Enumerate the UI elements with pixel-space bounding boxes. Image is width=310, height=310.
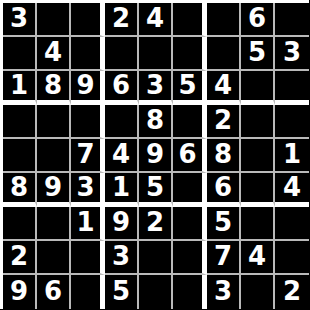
cell-r5c9[interactable]: 1 [275, 139, 309, 173]
cell-r2c5[interactable] [139, 37, 173, 71]
cell-digit: 7 [76, 141, 94, 167]
cell-digit: 4 [214, 72, 232, 98]
cell-digit: 9 [146, 141, 164, 167]
cell-r1c1[interactable]: 3 [3, 3, 37, 37]
cell-r8c1[interactable]: 2 [3, 241, 37, 275]
cell-digit: 6 [248, 5, 266, 31]
cell-r2c2[interactable]: 4 [37, 37, 71, 71]
cell-r9c4[interactable]: 5 [105, 275, 139, 309]
cell-digit: 5 [248, 39, 266, 65]
cell-r2c6[interactable] [173, 37, 207, 71]
cell-r4c2[interactable] [37, 105, 71, 139]
cell-digit: 8 [214, 141, 232, 167]
cell-digit: 9 [44, 174, 62, 200]
cell-r5c4[interactable]: 4 [105, 139, 139, 173]
cell-digit: 2 [146, 209, 164, 235]
cell-r7c4[interactable]: 9 [105, 207, 139, 241]
cell-r8c4[interactable]: 3 [105, 241, 139, 275]
cell-r2c4[interactable] [105, 37, 139, 71]
cell-digit: 6 [178, 141, 196, 167]
cell-r5c6[interactable]: 6 [173, 139, 207, 173]
cell-r9c6[interactable] [173, 275, 207, 309]
cell-digit: 1 [76, 209, 94, 235]
cell-r7c8[interactable] [241, 207, 275, 241]
cell-r7c7[interactable]: 5 [207, 207, 241, 241]
cell-r1c2[interactable] [37, 3, 71, 37]
cell-r3c4[interactable]: 6 [105, 71, 139, 105]
cell-r4c5[interactable]: 8 [139, 105, 173, 139]
cell-digit: 2 [112, 5, 130, 31]
cell-digit: 1 [283, 141, 301, 167]
cell-r5c2[interactable] [37, 139, 71, 173]
cell-r8c6[interactable] [173, 241, 207, 275]
cell-digit: 9 [10, 278, 28, 304]
cell-digit: 5 [112, 278, 130, 304]
cell-digit: 8 [44, 72, 62, 98]
cell-digit: 5 [178, 72, 196, 98]
cell-r5c1[interactable] [3, 139, 37, 173]
cell-r5c8[interactable] [241, 139, 275, 173]
cell-digit: 4 [112, 141, 130, 167]
cell-r9c5[interactable] [139, 275, 173, 309]
cell-r1c4[interactable]: 2 [105, 3, 139, 37]
cell-r9c8[interactable] [241, 275, 275, 309]
cell-digit: 9 [76, 72, 94, 98]
cell-digit: 4 [146, 5, 164, 31]
cell-digit: 9 [112, 209, 130, 235]
cell-digit: 2 [10, 243, 28, 269]
cell-r3c2[interactable]: 8 [37, 71, 71, 105]
cell-digit: 6 [214, 174, 232, 200]
cell-digit: 4 [248, 243, 266, 269]
cell-r1c3[interactable] [71, 3, 105, 37]
cell-r8c5[interactable] [139, 241, 173, 275]
cell-r6c8[interactable] [241, 173, 275, 207]
cell-r9c7[interactable]: 3 [207, 275, 241, 309]
cell-r6c2[interactable]: 9 [37, 173, 71, 207]
cell-digit: 3 [146, 72, 164, 98]
cell-r8c2[interactable] [37, 241, 71, 275]
cell-r1c7[interactable] [207, 3, 241, 37]
cell-r3c6[interactable]: 5 [173, 71, 207, 105]
cell-r2c1[interactable] [3, 37, 37, 71]
cell-r9c3[interactable] [71, 275, 105, 309]
cell-r8c7[interactable]: 7 [207, 241, 241, 275]
cell-digit: 1 [112, 174, 130, 200]
cell-r3c8[interactable] [241, 71, 275, 105]
cell-digit: 8 [146, 107, 164, 133]
cell-r2c9[interactable]: 3 [275, 37, 309, 71]
cell-digit: 5 [214, 209, 232, 235]
cell-r7c1[interactable] [3, 207, 37, 241]
cell-digit: 3 [283, 39, 301, 65]
cell-r4c7[interactable]: 2 [207, 105, 241, 139]
cell-r7c9[interactable] [275, 207, 309, 241]
cell-digit: 2 [283, 278, 301, 304]
cell-r3c9[interactable] [275, 71, 309, 105]
cell-r4c1[interactable] [3, 105, 37, 139]
cell-r3c7[interactable]: 4 [207, 71, 241, 105]
cell-r5c5[interactable]: 9 [139, 139, 173, 173]
cell-digit: 6 [112, 72, 130, 98]
cell-digit: 5 [146, 174, 164, 200]
cell-digit: 3 [10, 5, 28, 31]
cell-r1c6[interactable] [173, 3, 207, 37]
cell-digit: 6 [44, 278, 62, 304]
cell-r2c3[interactable] [71, 37, 105, 71]
cell-digit: 2 [214, 107, 232, 133]
cell-r9c1[interactable]: 9 [3, 275, 37, 309]
cell-r3c3[interactable]: 9 [71, 71, 105, 105]
cell-r6c6[interactable] [173, 173, 207, 207]
cell-digit: 8 [10, 174, 28, 200]
cell-r5c3[interactable]: 7 [71, 139, 105, 173]
cell-r6c5[interactable]: 5 [139, 173, 173, 207]
cell-r8c3[interactable] [71, 241, 105, 275]
cell-r4c3[interactable] [71, 105, 105, 139]
cell-r1c8[interactable]: 6 [241, 3, 275, 37]
cell-r7c2[interactable] [37, 207, 71, 241]
cell-digit: 3 [76, 174, 94, 200]
cell-digit: 3 [112, 243, 130, 269]
cell-r6c3[interactable]: 3 [71, 173, 105, 207]
cell-r6c1[interactable]: 8 [3, 173, 37, 207]
cell-r7c6[interactable] [173, 207, 207, 241]
cell-r6c7[interactable]: 6 [207, 173, 241, 207]
cell-digit: 4 [44, 39, 62, 65]
cell-r1c5[interactable]: 4 [139, 3, 173, 37]
cell-r8c9[interactable] [275, 241, 309, 275]
cell-r6c9[interactable]: 4 [275, 173, 309, 207]
sudoku-board: 3246453189635482749681893156419252374965… [0, 0, 309, 309]
cell-r7c3[interactable]: 1 [71, 207, 105, 241]
cell-r4c4[interactable] [105, 105, 139, 139]
cell-r9c9[interactable]: 2 [275, 275, 309, 309]
cell-digit: 4 [283, 174, 301, 200]
cell-r4c9[interactable] [275, 105, 309, 139]
cell-digit: 3 [214, 278, 232, 304]
cell-digit: 1 [10, 72, 28, 98]
cell-r3c1[interactable]: 1 [3, 71, 37, 105]
cell-r2c8[interactable]: 5 [241, 37, 275, 71]
cell-r6c4[interactable]: 1 [105, 173, 139, 207]
cell-r4c6[interactable] [173, 105, 207, 139]
cell-r2c7[interactable] [207, 37, 241, 71]
cell-r5c7[interactable]: 8 [207, 139, 241, 173]
cell-r4c8[interactable] [241, 105, 275, 139]
cell-r1c9[interactable] [275, 3, 309, 37]
cell-r7c5[interactable]: 2 [139, 207, 173, 241]
cell-digit: 7 [214, 243, 232, 269]
cell-r3c5[interactable]: 3 [139, 71, 173, 105]
cell-r8c8[interactable]: 4 [241, 241, 275, 275]
cell-r9c2[interactable]: 6 [37, 275, 71, 309]
